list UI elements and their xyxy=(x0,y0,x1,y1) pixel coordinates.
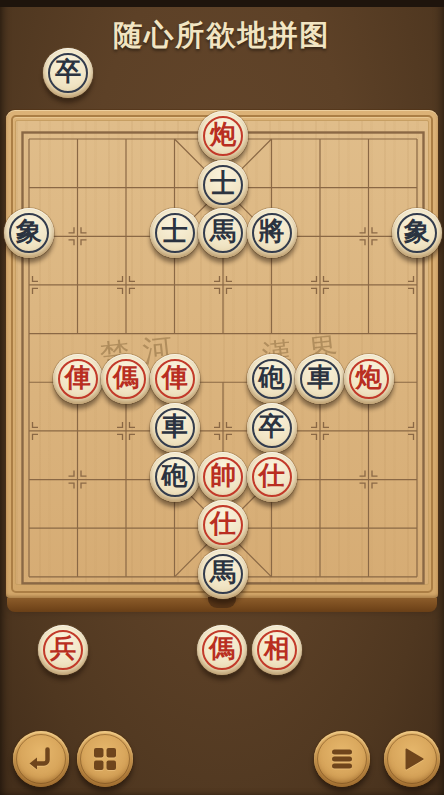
piece-glyph: 砲 xyxy=(247,354,297,404)
piece-glyph: 馬 xyxy=(198,208,248,258)
piece-red-炮[interactable]: 炮 xyxy=(344,354,394,404)
app-screen: 随心所欲地拼图 楚河漢界 炮士象士馬將象俥傌俥砲車炮車卒砲帥仕仕馬卒兵傌相 xyxy=(0,0,444,795)
piece-black-卒[interactable]: 卒 xyxy=(247,403,297,453)
undo-button[interactable] xyxy=(13,731,69,787)
piece-glyph: 象 xyxy=(4,208,54,258)
play-icon xyxy=(397,744,427,774)
piece-glyph: 兵 xyxy=(38,625,88,675)
piece-glyph: 仕 xyxy=(247,452,297,502)
piece-red-炮[interactable]: 炮 xyxy=(198,111,248,161)
piece-glyph: 傌 xyxy=(197,625,247,675)
grid-icon xyxy=(90,744,120,774)
piece-black-士[interactable]: 士 xyxy=(198,160,248,210)
piece-glyph: 炮 xyxy=(344,354,394,404)
return-arrow-icon xyxy=(26,744,56,774)
piece-glyph: 象 xyxy=(392,208,442,258)
piece-black-象[interactable]: 象 xyxy=(4,208,54,258)
piece-red-兵[interactable]: 兵 xyxy=(38,625,88,675)
piece-glyph: 馬 xyxy=(198,549,248,599)
piece-red-相[interactable]: 相 xyxy=(252,625,302,675)
piece-red-帥[interactable]: 帥 xyxy=(198,452,248,502)
piece-red-仕[interactable]: 仕 xyxy=(247,452,297,502)
piece-black-砲[interactable]: 砲 xyxy=(150,452,200,502)
piece-glyph: 傌 xyxy=(101,354,151,404)
piece-red-傌[interactable]: 傌 xyxy=(197,625,247,675)
piece-glyph: 相 xyxy=(252,625,302,675)
piece-red-仕[interactable]: 仕 xyxy=(198,500,248,550)
piece-glyph: 俥 xyxy=(150,354,200,404)
play-button[interactable] xyxy=(384,731,440,787)
pieces-tray-button[interactable] xyxy=(77,731,133,787)
piece-glyph: 炮 xyxy=(198,111,248,161)
piece-glyph: 仕 xyxy=(198,500,248,550)
list-icon xyxy=(327,744,357,774)
piece-glyph: 卒 xyxy=(247,403,297,453)
piece-black-車[interactable]: 車 xyxy=(150,403,200,453)
piece-glyph: 車 xyxy=(150,403,200,453)
piece-black-馬[interactable]: 馬 xyxy=(198,549,248,599)
piece-glyph: 士 xyxy=(150,208,200,258)
piece-glyph: 士 xyxy=(198,160,248,210)
piece-black-砲[interactable]: 砲 xyxy=(247,354,297,404)
piece-red-俥[interactable]: 俥 xyxy=(53,354,103,404)
top-shade xyxy=(0,0,444,7)
piece-black-馬[interactable]: 馬 xyxy=(198,208,248,258)
piece-glyph: 俥 xyxy=(53,354,103,404)
piece-red-俥[interactable]: 俥 xyxy=(150,354,200,404)
piece-black-將[interactable]: 將 xyxy=(247,208,297,258)
piece-black-象[interactable]: 象 xyxy=(392,208,442,258)
piece-glyph: 車 xyxy=(295,354,345,404)
piece-glyph: 卒 xyxy=(43,48,93,98)
piece-glyph: 帥 xyxy=(198,452,248,502)
piece-glyph: 砲 xyxy=(150,452,200,502)
piece-red-傌[interactable]: 傌 xyxy=(101,354,151,404)
piece-black-士[interactable]: 士 xyxy=(150,208,200,258)
piece-black-卒[interactable]: 卒 xyxy=(43,48,93,98)
piece-glyph: 將 xyxy=(247,208,297,258)
piece-black-車[interactable]: 車 xyxy=(295,354,345,404)
menu-button[interactable] xyxy=(314,731,370,787)
